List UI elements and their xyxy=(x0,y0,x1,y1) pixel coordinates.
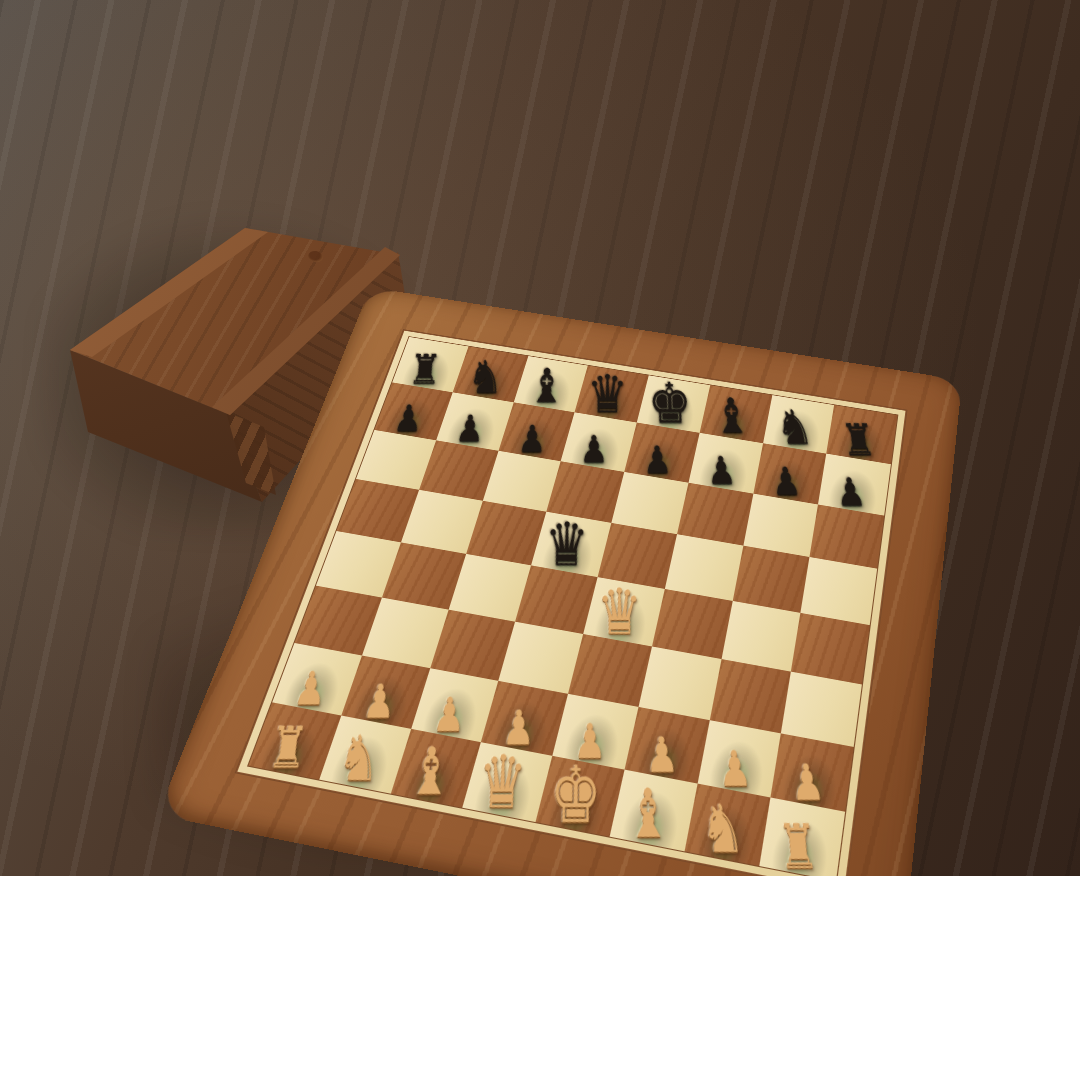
piece-black-rook-h8[interactable]: ♜ xyxy=(839,420,877,459)
piece-black-pawn-b7[interactable]: ♟ xyxy=(454,412,484,445)
square-f1[interactable]: ♝ xyxy=(609,770,697,851)
piece-black-king-e8[interactable]: ♚ xyxy=(647,378,692,428)
piece-black-queen-d5[interactable]: ♛ xyxy=(544,518,588,572)
piece-black-knight-b8[interactable]: ♞ xyxy=(467,357,505,398)
piece-black-pawn-a7[interactable]: ♟ xyxy=(393,402,424,435)
piece-white-bishop-f1[interactable]: ♝ xyxy=(626,784,671,845)
piece-white-pawn-a2[interactable]: ♟ xyxy=(292,668,329,710)
white-bottom-band xyxy=(0,876,1080,1080)
piece-black-knight-g8[interactable]: ♞ xyxy=(774,406,815,449)
piece-black-pawn-h7[interactable]: ♟ xyxy=(834,475,867,510)
piece-black-pawn-g7[interactable]: ♟ xyxy=(770,464,802,499)
square-h1[interactable]: ♜ xyxy=(760,798,846,881)
piece-white-rook-h1[interactable]: ♜ xyxy=(776,819,820,874)
piece-black-pawn-f7[interactable]: ♟ xyxy=(706,453,737,487)
piece-white-knight-b1[interactable]: ♞ xyxy=(335,730,383,787)
piece-white-pawn-c2[interactable]: ♟ xyxy=(431,693,466,735)
piece-black-pawn-e7[interactable]: ♟ xyxy=(643,443,673,477)
piece-white-pawn-b2[interactable]: ♟ xyxy=(362,680,398,722)
square-g1[interactable]: ♞ xyxy=(684,784,771,866)
piece-white-king-e1[interactable]: ♚ xyxy=(549,760,601,831)
piece-white-queen-e4[interactable]: ♛ xyxy=(597,584,643,641)
piece-black-pawn-c7[interactable]: ♟ xyxy=(517,422,546,455)
piece-white-queen-d1[interactable]: ♛ xyxy=(477,750,528,816)
piece-white-pawn-f2[interactable]: ♟ xyxy=(645,733,679,777)
photo-scene: ♜♞♝♛♚♝♞♜♟♟♟♟♟♟♟♟♛♛♟♟♟♟♟♟♟♟♜♞♝♛♚♝♞♜ xyxy=(0,0,1080,1080)
piece-white-pawn-g2[interactable]: ♟ xyxy=(717,746,752,790)
piece-black-queen-d8[interactable]: ♛ xyxy=(587,371,628,418)
piece-white-pawn-h2[interactable]: ♟ xyxy=(790,760,827,805)
piece-white-bishop-c1[interactable]: ♝ xyxy=(407,743,454,802)
piece-black-pawn-d7[interactable]: ♟ xyxy=(580,433,609,467)
piece-white-rook-a1[interactable]: ♜ xyxy=(266,722,310,773)
piece-black-bishop-c8[interactable]: ♝ xyxy=(527,366,565,408)
piece-black-bishop-f8[interactable]: ♝ xyxy=(712,395,752,438)
piece-black-rook-a8[interactable]: ♜ xyxy=(408,351,443,388)
piece-white-knight-g1[interactable]: ♞ xyxy=(700,799,746,859)
